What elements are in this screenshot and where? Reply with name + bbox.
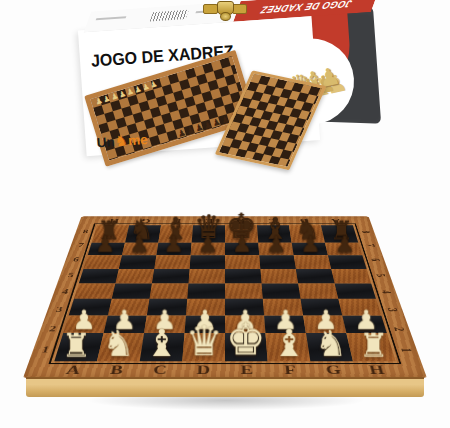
chess-board: ♜♞♝♛♚♝♞♜♟♟♟♟♟♟♟♟♟♟♟♟♟♟♟♟♜♞♝♛♚♝♞♜ ABCDEFG… bbox=[23, 146, 427, 378]
board-squares: ♜♞♝♛♚♝♞♜♟♟♟♟♟♟♟♟♟♟♟♟♟♟♟♟♜♞♝♛♚♝♞♜ bbox=[54, 225, 395, 361]
rank-label: 2 bbox=[48, 325, 57, 334]
square-e4 bbox=[225, 283, 263, 298]
square-d4 bbox=[187, 283, 225, 298]
square-c4 bbox=[149, 283, 188, 298]
clasp-wing bbox=[232, 4, 247, 14]
black-pawn: ♟ bbox=[335, 233, 355, 256]
barcode bbox=[150, 10, 189, 22]
square-f1: ♝ bbox=[265, 333, 310, 361]
square-h6 bbox=[328, 255, 367, 269]
file-label: D bbox=[196, 363, 210, 377]
square-c6 bbox=[154, 255, 190, 269]
rank-label: 1 bbox=[396, 348, 413, 352]
rank-label: 8 bbox=[82, 229, 89, 235]
black-pawn: ♟ bbox=[232, 233, 252, 256]
square-f5 bbox=[260, 269, 298, 283]
product-box: JOGO DE XADREZ Un ♞ me ♛♝♟ ♟♟♟♟♟♟♟♟ ♟♟♟♟… bbox=[78, 10, 384, 158]
square-d1: ♛ bbox=[182, 333, 225, 361]
rank-label: 7 bbox=[363, 244, 376, 247]
square-e7: ♟ bbox=[225, 243, 259, 256]
rank-label: 5 bbox=[372, 274, 386, 277]
file-label: F bbox=[284, 363, 297, 377]
black-pawn: ♟ bbox=[95, 233, 115, 256]
square-g7: ♟ bbox=[292, 243, 328, 256]
white-knight: ♞ bbox=[315, 326, 347, 362]
rank-label: 4 bbox=[61, 288, 70, 296]
square-f6 bbox=[259, 255, 295, 269]
square-g6 bbox=[294, 255, 332, 269]
board-surface: ♜♞♝♛♚♝♞♜♟♟♟♟♟♟♟♟♟♟♟♟♟♟♟♟♜♞♝♛♚♝♞♜ ABCDEFG… bbox=[23, 216, 427, 378]
square-f7: ♟ bbox=[258, 243, 293, 256]
file-label: H bbox=[368, 363, 387, 377]
square-d5 bbox=[188, 269, 225, 283]
white-bishop: ♝ bbox=[272, 324, 306, 362]
white-knight: ♞ bbox=[103, 326, 135, 362]
square-b1: ♞ bbox=[97, 333, 144, 361]
black-pawn: ♟ bbox=[164, 233, 184, 256]
box-top-title: JOGO DE XADREZ bbox=[257, 0, 353, 15]
rank-label: 2 bbox=[390, 327, 406, 331]
square-a5 bbox=[79, 269, 119, 283]
rank-label: 4 bbox=[378, 290, 393, 293]
white-bishop: ♝ bbox=[144, 324, 178, 362]
black-pawn: ♟ bbox=[266, 233, 286, 256]
rank-label: 8 bbox=[358, 231, 371, 234]
square-h5 bbox=[331, 269, 371, 283]
white-king: ♚ bbox=[226, 317, 266, 361]
rank-label: 3 bbox=[55, 306, 64, 314]
square-a7: ♟ bbox=[88, 243, 125, 256]
brand-knight-icon: ♞ bbox=[115, 140, 128, 141]
square-g5 bbox=[296, 269, 335, 283]
square-e6 bbox=[225, 255, 260, 269]
square-b7: ♟ bbox=[122, 243, 158, 256]
clasp-wing bbox=[203, 4, 218, 14]
square-c1: ♝ bbox=[140, 333, 185, 361]
square-g1: ♞ bbox=[306, 333, 353, 361]
file-label: C bbox=[152, 363, 167, 377]
brass-clasp bbox=[203, 1, 247, 18]
black-pawn: ♟ bbox=[198, 233, 218, 256]
file-label: B bbox=[109, 363, 124, 377]
square-a1: ♜ bbox=[54, 333, 103, 361]
white-queen: ♛ bbox=[185, 320, 222, 361]
square-a6 bbox=[83, 255, 122, 269]
square-c7: ♟ bbox=[156, 243, 191, 256]
square-d7: ♟ bbox=[191, 243, 225, 256]
rank-label: 5 bbox=[67, 272, 75, 279]
square-f4 bbox=[262, 283, 301, 298]
square-h7: ♟ bbox=[325, 243, 362, 256]
square-c5 bbox=[152, 269, 190, 283]
file-label: E bbox=[240, 363, 253, 377]
square-d6 bbox=[190, 255, 225, 269]
square-g4 bbox=[298, 283, 338, 298]
square-a4 bbox=[74, 283, 115, 298]
square-h4 bbox=[335, 283, 376, 298]
black-pawn: ♟ bbox=[129, 233, 149, 256]
black-pawn: ♟ bbox=[300, 233, 320, 256]
top-print-smudge bbox=[96, 16, 127, 20]
clasp-knob bbox=[220, 12, 231, 21]
square-e1: ♚ bbox=[225, 333, 268, 361]
rank-label: 3 bbox=[383, 308, 398, 312]
rank-label: 7 bbox=[77, 242, 84, 248]
file-label: G bbox=[325, 363, 342, 377]
square-b4 bbox=[112, 283, 152, 298]
square-e5 bbox=[225, 269, 262, 283]
square-b5 bbox=[115, 269, 154, 283]
file-label: A bbox=[64, 363, 81, 377]
square-b6 bbox=[119, 255, 157, 269]
square-h1: ♜ bbox=[346, 333, 395, 361]
white-rook: ♜ bbox=[62, 329, 91, 362]
white-rook: ♜ bbox=[359, 329, 388, 362]
rank-label: 6 bbox=[367, 258, 381, 261]
board-edge bbox=[26, 377, 424, 397]
product-photo: JOGO DE XADREZ Un ♞ me ♛♝♟ ♟♟♟♟♟♟♟♟ ♟♟♟♟… bbox=[0, 0, 450, 428]
rank-label: 6 bbox=[72, 257, 80, 264]
rank-label: 1 bbox=[40, 345, 50, 355]
